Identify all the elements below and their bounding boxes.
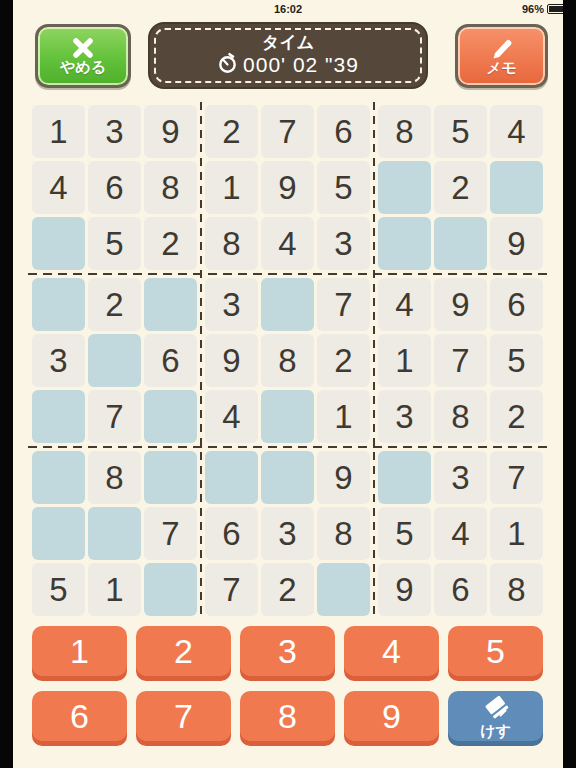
cell-r1c2[interactable]: 3 [88,105,141,158]
cell-r3c6[interactable]: 3 [317,217,370,270]
digit-button-5[interactable]: 5 [448,626,543,676]
box-divider-vertical-2 [373,102,375,619]
cell-r1c1[interactable]: 1 [32,105,85,158]
cell-r2c6[interactable]: 5 [317,161,370,214]
cell-r6c1[interactable] [32,390,85,443]
quit-button[interactable]: やめる [35,24,131,88]
board-row-8: 7638541 [32,507,543,560]
cell-r1c3[interactable]: 9 [144,105,197,158]
close-icon [71,37,95,59]
cell-r9c7[interactable]: 9 [378,563,431,616]
battery-icon [547,4,563,14]
cell-r4c1[interactable] [32,278,85,331]
numpad-row-2: 6789 けす [32,691,543,741]
cell-r4c4[interactable]: 3 [205,278,258,331]
cell-r7c4[interactable] [205,451,258,504]
cell-r1c6[interactable]: 6 [317,105,370,158]
erase-button[interactable]: けす [448,691,543,741]
cell-r2c7[interactable] [378,161,431,214]
board-row-9: 5172968 [32,563,543,616]
digit-button-1[interactable]: 1 [32,626,127,676]
cell-r8c1[interactable] [32,507,85,560]
cell-r7c6[interactable]: 9 [317,451,370,504]
cell-r7c7[interactable] [378,451,431,504]
cell-r7c2[interactable]: 8 [88,451,141,504]
cell-r7c9[interactable]: 7 [490,451,543,504]
cell-r9c3[interactable] [144,563,197,616]
stopwatch-icon [217,52,238,78]
cell-r8c8[interactable]: 4 [434,507,487,560]
board-row-6: 741382 [32,390,543,443]
cell-r3c4[interactable]: 8 [205,217,258,270]
cell-r8c3[interactable]: 7 [144,507,197,560]
cell-r2c8[interactable]: 2 [434,161,487,214]
cell-r3c9[interactable]: 9 [490,217,543,270]
memo-button-label: メモ [486,60,517,77]
cell-r4c2[interactable]: 2 [88,278,141,331]
cell-r6c9[interactable]: 2 [490,390,543,443]
cell-r1c4[interactable]: 2 [205,105,258,158]
cell-r3c5[interactable]: 4 [261,217,314,270]
cell-r7c8[interactable]: 3 [434,451,487,504]
board-row-7: 8937 [32,451,543,504]
device-frame: 16:02 96% やめる タイム [0,0,576,768]
board-row-5: 36982175 [32,334,543,387]
cell-r2c4[interactable]: 1 [205,161,258,214]
board-row-3: 528439 [32,217,543,270]
cell-r3c1[interactable] [32,217,85,270]
digit-button-2[interactable]: 2 [136,626,231,676]
digit-button-6[interactable]: 6 [32,691,127,741]
cell-r9c1[interactable]: 5 [32,563,85,616]
cell-r7c3[interactable] [144,451,197,504]
cell-r6c6[interactable]: 1 [317,390,370,443]
cell-r6c5[interactable] [261,390,314,443]
cell-r4c7[interactable]: 4 [378,278,431,331]
cell-r5c7[interactable]: 1 [378,334,431,387]
cell-r9c5[interactable]: 2 [261,563,314,616]
cell-r3c2[interactable]: 5 [88,217,141,270]
cell-r9c2[interactable]: 1 [88,563,141,616]
cell-r5c5[interactable]: 8 [261,334,314,387]
cell-r5c3[interactable]: 6 [144,334,197,387]
board-row-4: 237496 [32,278,543,331]
cell-r2c2[interactable]: 6 [88,161,141,214]
timer-title: タイム [262,33,314,53]
cell-r9c9[interactable]: 8 [490,563,543,616]
digit-button-9[interactable]: 9 [344,691,439,741]
cell-r8c5[interactable]: 3 [261,507,314,560]
cell-r1c8[interactable]: 5 [434,105,487,158]
board-row-2: 4681952 [32,161,543,214]
memo-button[interactable]: メモ [455,24,548,88]
cell-r9c8[interactable]: 6 [434,563,487,616]
cell-r6c4[interactable]: 4 [205,390,258,443]
timer-value: 000' 02 "39 [243,53,359,77]
cell-r4c3[interactable] [144,278,197,331]
cell-r3c7[interactable] [378,217,431,270]
cell-r1c5[interactable]: 7 [261,105,314,158]
header: やめる タイム 000' 02 "39 [13,22,563,88]
status-clock: 16:02 [13,3,563,15]
eraser-icon [482,694,510,722]
erase-button-label: けす [480,723,511,738]
cell-r5c1[interactable]: 3 [32,334,85,387]
quit-button-label: やめる [60,59,106,76]
cell-r2c5[interactable]: 9 [261,161,314,214]
cell-r8c4[interactable]: 6 [205,507,258,560]
cell-r5c8[interactable]: 7 [434,334,487,387]
number-pad: 12345 6789 けす [32,626,543,741]
digit-button-7[interactable]: 7 [136,691,231,741]
cell-r4c6[interactable]: 7 [317,278,370,331]
cell-r7c5[interactable] [261,451,314,504]
cell-r9c6[interactable] [317,563,370,616]
numpad-row-1: 12345 [32,626,543,676]
box-divider-vertical-1 [200,102,202,619]
cell-r3c8[interactable] [434,217,487,270]
cell-r8c9[interactable]: 1 [490,507,543,560]
cell-r5c2[interactable] [88,334,141,387]
cell-r6c7[interactable]: 3 [378,390,431,443]
cell-r3c3[interactable]: 2 [144,217,197,270]
cell-r1c7[interactable]: 8 [378,105,431,158]
cell-r4c8[interactable]: 9 [434,278,487,331]
cell-r2c1[interactable]: 4 [32,161,85,214]
app-screen: 16:02 96% やめる タイム [13,0,563,768]
digit-button-3[interactable]: 3 [240,626,335,676]
digit-button-4[interactable]: 4 [344,626,439,676]
cell-r8c2[interactable] [88,507,141,560]
cell-r8c6[interactable]: 8 [317,507,370,560]
cell-r2c3[interactable]: 8 [144,161,197,214]
status-bar: 16:02 96% [13,0,563,20]
board-row-1: 139276854 [32,105,543,158]
cell-r5c6[interactable]: 2 [317,334,370,387]
cell-r6c2[interactable]: 7 [88,390,141,443]
cell-r4c9[interactable]: 6 [490,278,543,331]
box-divider-horizontal-1 [28,273,547,275]
timer-panel: タイム 000' 02 "39 [148,22,428,89]
pencil-icon [489,36,515,60]
cell-r1c9[interactable]: 4 [490,105,543,158]
cell-r5c9[interactable]: 5 [490,334,543,387]
cell-r6c3[interactable] [144,390,197,443]
cell-r5c4[interactable]: 9 [205,334,258,387]
cell-r8c7[interactable]: 5 [378,507,431,560]
box-divider-horizontal-2 [28,446,547,448]
digit-button-8[interactable]: 8 [240,691,335,741]
sudoku-board: 1392768544681952528439237496369821757413… [32,105,543,616]
cell-r4c5[interactable] [261,278,314,331]
battery-percent: 96% [522,3,544,15]
cell-r6c8[interactable]: 8 [434,390,487,443]
cell-r2c9[interactable] [490,161,543,214]
cell-r7c1[interactable] [32,451,85,504]
cell-r9c4[interactable]: 7 [205,563,258,616]
